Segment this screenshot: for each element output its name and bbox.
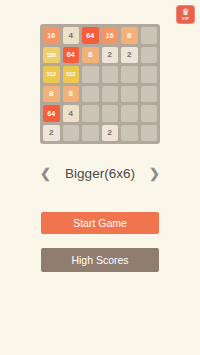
empty-cell xyxy=(121,86,138,103)
empty-cell xyxy=(102,105,119,122)
start-game-button[interactable]: Start Game xyxy=(41,212,159,234)
tile-64: 64 xyxy=(82,27,99,44)
tile-4: 4 xyxy=(63,105,80,122)
empty-cell xyxy=(102,66,119,83)
tile-64: 64 xyxy=(43,105,60,122)
empty-cell xyxy=(141,125,158,142)
app-screen: ♛ VIP 16464168128648225125128864422 ❮ Bi… xyxy=(0,0,200,355)
tile-4: 4 xyxy=(63,27,80,44)
empty-cell xyxy=(121,105,138,122)
tile-512: 512 xyxy=(43,66,60,83)
tile-64: 64 xyxy=(63,47,80,64)
vip-button[interactable]: ♛ VIP xyxy=(176,5,195,24)
tile-16: 16 xyxy=(43,27,60,44)
empty-cell xyxy=(121,125,138,142)
tile-2: 2 xyxy=(121,47,138,64)
empty-cell xyxy=(141,86,158,103)
tile-128: 128 xyxy=(43,47,60,64)
tile-2: 2 xyxy=(102,125,119,142)
prev-mode-button[interactable]: ❮ xyxy=(38,162,53,186)
empty-cell xyxy=(82,86,99,103)
vip-label: VIP xyxy=(182,16,189,21)
empty-cell xyxy=(121,66,138,83)
mode-selector: ❮ Bigger(6x6) ❯ xyxy=(38,162,162,186)
tile-2: 2 xyxy=(43,125,60,142)
empty-cell xyxy=(82,66,99,83)
tile-512: 512 xyxy=(63,66,80,83)
tile-8: 8 xyxy=(63,86,80,103)
empty-cell xyxy=(141,47,158,64)
tile-16: 16 xyxy=(102,27,119,44)
empty-cell xyxy=(102,86,119,103)
empty-cell xyxy=(82,105,99,122)
crown-icon: ♛ xyxy=(181,8,189,16)
next-mode-button[interactable]: ❯ xyxy=(147,162,162,186)
tile-8: 8 xyxy=(82,47,99,64)
empty-cell xyxy=(141,105,158,122)
empty-cell xyxy=(141,66,158,83)
empty-cell xyxy=(63,125,80,142)
mode-label: Bigger(6x6) xyxy=(65,162,135,186)
tile-8: 8 xyxy=(43,86,60,103)
high-scores-button[interactable]: High Scores xyxy=(41,248,159,272)
empty-cell xyxy=(82,125,99,142)
tile-2: 2 xyxy=(102,47,119,64)
tile-8: 8 xyxy=(121,27,138,44)
empty-cell xyxy=(141,27,158,44)
game-board: 16464168128648225125128864422 xyxy=(40,24,160,144)
